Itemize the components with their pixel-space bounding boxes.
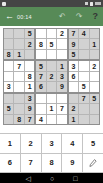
sudoku-app-screen: ← 00:14 ↶ ↷ ? 52812857491578315172369326… xyxy=(0,0,103,183)
help-icon[interactable]: ? xyxy=(93,12,99,21)
box-5: 5172369 xyxy=(36,61,66,91)
cell-r7c7[interactable] xyxy=(69,94,78,103)
cell-r1c6[interactable]: 2 xyxy=(57,29,66,38)
cell-r2c9[interactable]: 1 xyxy=(90,39,99,48)
cell-r3c8[interactable] xyxy=(79,50,88,59)
cell-r5c6[interactable]: 3 xyxy=(57,72,66,81)
cell-r1c8[interactable]: 4 xyxy=(79,29,88,38)
cell-r8c8[interactable] xyxy=(79,104,88,113)
cell-r3c2[interactable]: 1 xyxy=(14,50,23,59)
cell-r4c7[interactable]: 3 xyxy=(69,61,78,70)
cell-r6c7[interactable] xyxy=(69,82,78,91)
cell-r6c2[interactable] xyxy=(14,82,23,91)
app-bar: ← 00:14 ↶ ↷ ? xyxy=(0,7,103,26)
cell-r5c3[interactable]: 8 xyxy=(25,72,34,81)
key-7[interactable]: 7 xyxy=(21,154,41,173)
key-8[interactable]: 8 xyxy=(42,154,62,173)
sudoku-board: 528128574915783151723693265359871747521 xyxy=(3,28,100,125)
cell-r1c5[interactable] xyxy=(47,29,56,38)
cell-r4c5[interactable] xyxy=(47,61,56,70)
cell-r7c6[interactable] xyxy=(57,94,66,103)
cell-r5c4[interactable]: 7 xyxy=(36,72,45,81)
cell-r9c9[interactable] xyxy=(90,115,99,124)
game-timer: 00:14 xyxy=(17,14,32,20)
cell-r3c5[interactable] xyxy=(47,50,56,59)
cell-r6c8[interactable]: 5 xyxy=(79,82,88,91)
key-5[interactable]: 5 xyxy=(83,134,103,153)
cell-r7c2[interactable] xyxy=(14,94,23,103)
cell-r6c1[interactable]: 3 xyxy=(4,82,13,91)
cell-r5c8[interactable] xyxy=(79,72,88,81)
redo-icon[interactable]: ↷ xyxy=(76,13,83,21)
undo-icon[interactable]: ↶ xyxy=(59,13,66,21)
signal-icon xyxy=(85,2,88,5)
cell-r3c7[interactable]: 5 xyxy=(69,50,78,59)
cell-r9c5[interactable] xyxy=(47,115,56,124)
cell-r6c5[interactable] xyxy=(47,82,56,91)
nav-back-button[interactable]: ◁ xyxy=(26,175,31,182)
cell-r3c4[interactable] xyxy=(36,50,45,59)
cell-r6c6[interactable]: 9 xyxy=(57,82,66,91)
cell-r9c4[interactable]: 4 xyxy=(36,115,45,124)
cell-r4c2[interactable]: 7 xyxy=(14,61,23,70)
cell-r2c6[interactable] xyxy=(57,39,66,48)
cell-r7c4[interactable] xyxy=(36,94,45,103)
cell-r7c8[interactable]: 7 xyxy=(79,94,88,103)
cell-r9c7[interactable]: 1 xyxy=(69,115,78,124)
status-bar xyxy=(0,0,103,7)
back-arrow-icon[interactable]: ← xyxy=(5,12,14,21)
key-6[interactable]: 6 xyxy=(0,154,20,173)
cell-r2c4[interactable]: 8 xyxy=(36,39,45,48)
key-9[interactable]: 9 xyxy=(62,154,82,173)
cell-r1c3[interactable]: 5 xyxy=(25,29,34,38)
cell-r2c2[interactable] xyxy=(14,39,23,48)
cell-r8c2[interactable] xyxy=(14,104,23,113)
cell-r8c3[interactable]: 9 xyxy=(25,104,34,113)
cell-r2c3[interactable]: 2 xyxy=(25,39,34,48)
cell-r5c1[interactable] xyxy=(4,72,13,81)
cell-r9c6[interactable] xyxy=(57,115,66,124)
cell-r1c7[interactable]: 7 xyxy=(69,29,78,38)
cell-r2c5[interactable]: 5 xyxy=(47,39,56,48)
box-3: 74915 xyxy=(69,29,99,59)
cell-r8c7[interactable]: 2 xyxy=(69,104,78,113)
status-time xyxy=(95,2,101,5)
cell-r9c1[interactable] xyxy=(4,115,13,124)
cell-r3c3[interactable] xyxy=(25,50,34,59)
cell-r2c1[interactable] xyxy=(4,39,13,48)
status-bar-right xyxy=(85,2,101,6)
nav-home-button[interactable]: ○ xyxy=(50,175,54,182)
pencil-button[interactable] xyxy=(83,154,103,173)
cell-r9c3[interactable]: 7 xyxy=(25,115,34,124)
cell-r4c4[interactable]: 5 xyxy=(36,61,45,70)
cell-r2c8[interactable] xyxy=(79,39,88,48)
key-2[interactable]: 2 xyxy=(21,134,41,153)
cell-r7c3[interactable]: 3 xyxy=(25,94,34,103)
cell-r3c6[interactable] xyxy=(57,50,66,59)
key-1[interactable]: 1 xyxy=(0,134,20,153)
nav-recents-button[interactable]: □ xyxy=(73,175,77,182)
cell-r1c9[interactable] xyxy=(90,29,99,38)
notification-icon xyxy=(2,2,6,6)
cell-r9c2[interactable]: 8 xyxy=(14,115,23,124)
cell-r1c2[interactable] xyxy=(14,29,23,38)
box-7: 35987 xyxy=(4,94,34,124)
cell-r4c3[interactable] xyxy=(25,61,34,70)
box-9: 7521 xyxy=(69,94,99,124)
cell-r5c7[interactable]: 6 xyxy=(69,72,78,81)
cell-r8c1[interactable]: 5 xyxy=(4,104,13,113)
cell-r8c4[interactable] xyxy=(36,104,45,113)
battery-icon xyxy=(90,2,93,6)
cell-r4c6[interactable]: 1 xyxy=(57,61,66,70)
cell-r4c1[interactable] xyxy=(4,61,13,70)
cell-r2c7[interactable]: 9 xyxy=(69,39,78,48)
board-area: 528128574915783151723693265359871747521 xyxy=(0,26,103,133)
box-4: 7831 xyxy=(4,61,34,91)
cell-r6c9[interactable] xyxy=(90,82,99,91)
box-6: 3265 xyxy=(69,61,99,91)
box-1: 5281 xyxy=(4,29,34,59)
cell-r5c2[interactable] xyxy=(14,72,23,81)
android-nav-bar: ◁ ○ □ xyxy=(0,173,103,183)
cell-r8c6[interactable]: 7 xyxy=(57,104,66,113)
cell-r5c9[interactable] xyxy=(90,72,99,81)
pencil-icon xyxy=(88,154,98,172)
key-3[interactable]: 3 xyxy=(42,134,62,153)
cell-r7c9[interactable]: 5 xyxy=(90,94,99,103)
cell-r4c8[interactable] xyxy=(79,61,88,70)
cell-r6c3[interactable]: 1 xyxy=(25,82,34,91)
keypad: 123456789 xyxy=(0,133,103,173)
cell-r6c4[interactable]: 6 xyxy=(36,82,45,91)
cell-r8c9[interactable] xyxy=(90,104,99,113)
cell-r3c1[interactable]: 8 xyxy=(4,50,13,59)
cell-r5c5[interactable]: 2 xyxy=(47,72,56,81)
cell-r1c1[interactable] xyxy=(4,29,13,38)
cell-r8c5[interactable]: 1 xyxy=(47,104,56,113)
cell-r7c1[interactable] xyxy=(4,94,13,103)
box-2: 285 xyxy=(36,29,66,59)
cell-r3c9[interactable] xyxy=(90,50,99,59)
cell-r9c8[interactable] xyxy=(79,115,88,124)
cell-r7c5[interactable] xyxy=(47,94,56,103)
cell-r4c9[interactable]: 2 xyxy=(90,61,99,70)
key-4[interactable]: 4 xyxy=(62,134,82,153)
cell-r1c4[interactable] xyxy=(36,29,45,38)
box-8: 174 xyxy=(36,94,66,124)
